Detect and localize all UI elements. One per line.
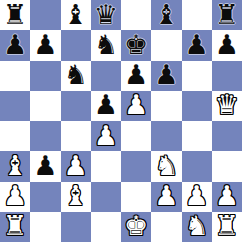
square-h4[interactable] [212,121,242,151]
square-f2[interactable]: ♟ [151,182,181,212]
square-f7[interactable] [151,30,181,60]
piece-black-bishop[interactable]: ♝ [154,1,178,28]
square-d4[interactable]: ♟ [91,121,121,151]
square-a1[interactable]: ♜ [0,212,30,242]
piece-white-pawn[interactable]: ♟ [154,182,178,209]
square-c8[interactable]: ♝ [61,0,91,30]
piece-black-pawn[interactable]: ♟ [33,152,57,179]
square-g8[interactable] [182,0,212,30]
piece-white-knight[interactable]: ♞ [154,152,178,179]
square-b5[interactable] [30,91,60,121]
square-f6[interactable]: ♟ [151,61,181,91]
square-c5[interactable] [61,91,91,121]
square-b7[interactable]: ♟ [30,30,60,60]
piece-black-pawn[interactable]: ♟ [154,61,178,88]
piece-black-queen[interactable]: ♛ [94,1,118,28]
square-d3[interactable] [91,151,121,181]
square-c2[interactable]: ♝ [61,182,91,212]
piece-white-pawn[interactable]: ♟ [185,182,209,209]
square-g3[interactable] [182,151,212,181]
square-a6[interactable] [0,61,30,91]
square-c3[interactable]: ♟ [61,151,91,181]
piece-white-rook[interactable]: ♜ [3,212,27,239]
piece-white-rook[interactable]: ♜ [215,212,239,239]
square-g5[interactable] [182,91,212,121]
piece-white-bishop[interactable]: ♝ [64,182,88,209]
square-f8[interactable]: ♝ [151,0,181,30]
piece-white-pawn[interactable]: ♟ [64,152,88,179]
square-c6[interactable]: ♞ [61,61,91,91]
square-b1[interactable] [30,212,60,242]
piece-white-pawn[interactable]: ♟ [215,182,239,209]
square-a8[interactable]: ♜ [0,0,30,30]
square-h8[interactable]: ♜ [212,0,242,30]
square-a4[interactable] [0,121,30,151]
square-g2[interactable]: ♟ [182,182,212,212]
square-h3[interactable] [212,151,242,181]
piece-black-knight[interactable]: ♞ [64,61,88,88]
square-a7[interactable]: ♟ [0,30,30,60]
square-h7[interactable]: ♟ [212,30,242,60]
square-a2[interactable]: ♟ [0,182,30,212]
square-g1[interactable]: ♞ [182,212,212,242]
square-d5[interactable]: ♟ [91,91,121,121]
square-e6[interactable]: ♟ [121,61,151,91]
square-e4[interactable] [121,121,151,151]
square-h1[interactable]: ♜ [212,212,242,242]
square-b4[interactable] [30,121,60,151]
piece-black-pawn[interactable]: ♟ [33,31,57,58]
square-e8[interactable] [121,0,151,30]
square-d7[interactable]: ♞ [91,30,121,60]
square-e5[interactable]: ♟ [121,91,151,121]
square-b8[interactable] [30,0,60,30]
piece-white-queen[interactable]: ♛ [215,91,239,118]
piece-white-king[interactable]: ♚ [124,212,148,239]
piece-white-knight[interactable]: ♞ [185,212,209,239]
square-e2[interactable] [121,182,151,212]
square-d2[interactable] [91,182,121,212]
piece-black-rook[interactable]: ♜ [215,1,239,28]
square-h6[interactable] [212,61,242,91]
square-f4[interactable] [151,121,181,151]
square-e1[interactable]: ♚ [121,212,151,242]
piece-black-pawn[interactable]: ♟ [124,61,148,88]
square-e3[interactable] [121,151,151,181]
square-e7[interactable]: ♚ [121,30,151,60]
piece-black-knight[interactable]: ♞ [94,31,118,58]
square-d6[interactable] [91,61,121,91]
square-c4[interactable] [61,121,91,151]
piece-black-king[interactable]: ♚ [124,31,148,58]
square-h2[interactable]: ♟ [212,182,242,212]
chess-board: ♜♝♛♝♜♟♟♞♚♟♟♞♟♟♟♟♛♟♝♟♟♞♟♝♟♟♟♜♚♞♜ [0,0,242,242]
piece-white-pawn[interactable]: ♟ [124,91,148,118]
piece-white-bishop[interactable]: ♝ [3,152,27,179]
square-g7[interactable]: ♟ [182,30,212,60]
square-a5[interactable] [0,91,30,121]
piece-black-rook[interactable]: ♜ [3,1,27,28]
square-g6[interactable] [182,61,212,91]
square-g4[interactable] [182,121,212,151]
piece-white-pawn[interactable]: ♟ [94,122,118,149]
square-d1[interactable] [91,212,121,242]
piece-white-pawn[interactable]: ♟ [3,182,27,209]
piece-black-pawn[interactable]: ♟ [94,91,118,118]
piece-black-pawn[interactable]: ♟ [215,31,239,58]
square-b2[interactable] [30,182,60,212]
square-h5[interactable]: ♛ [212,91,242,121]
square-f5[interactable] [151,91,181,121]
piece-black-bishop[interactable]: ♝ [64,1,88,28]
piece-black-pawn[interactable]: ♟ [185,31,209,58]
square-c7[interactable] [61,30,91,60]
piece-black-pawn[interactable]: ♟ [3,31,27,58]
square-a3[interactable]: ♝ [0,151,30,181]
square-b6[interactable] [30,61,60,91]
square-d8[interactable]: ♛ [91,0,121,30]
square-c1[interactable] [61,212,91,242]
square-f1[interactable] [151,212,181,242]
square-f3[interactable]: ♞ [151,151,181,181]
square-b3[interactable]: ♟ [30,151,60,181]
